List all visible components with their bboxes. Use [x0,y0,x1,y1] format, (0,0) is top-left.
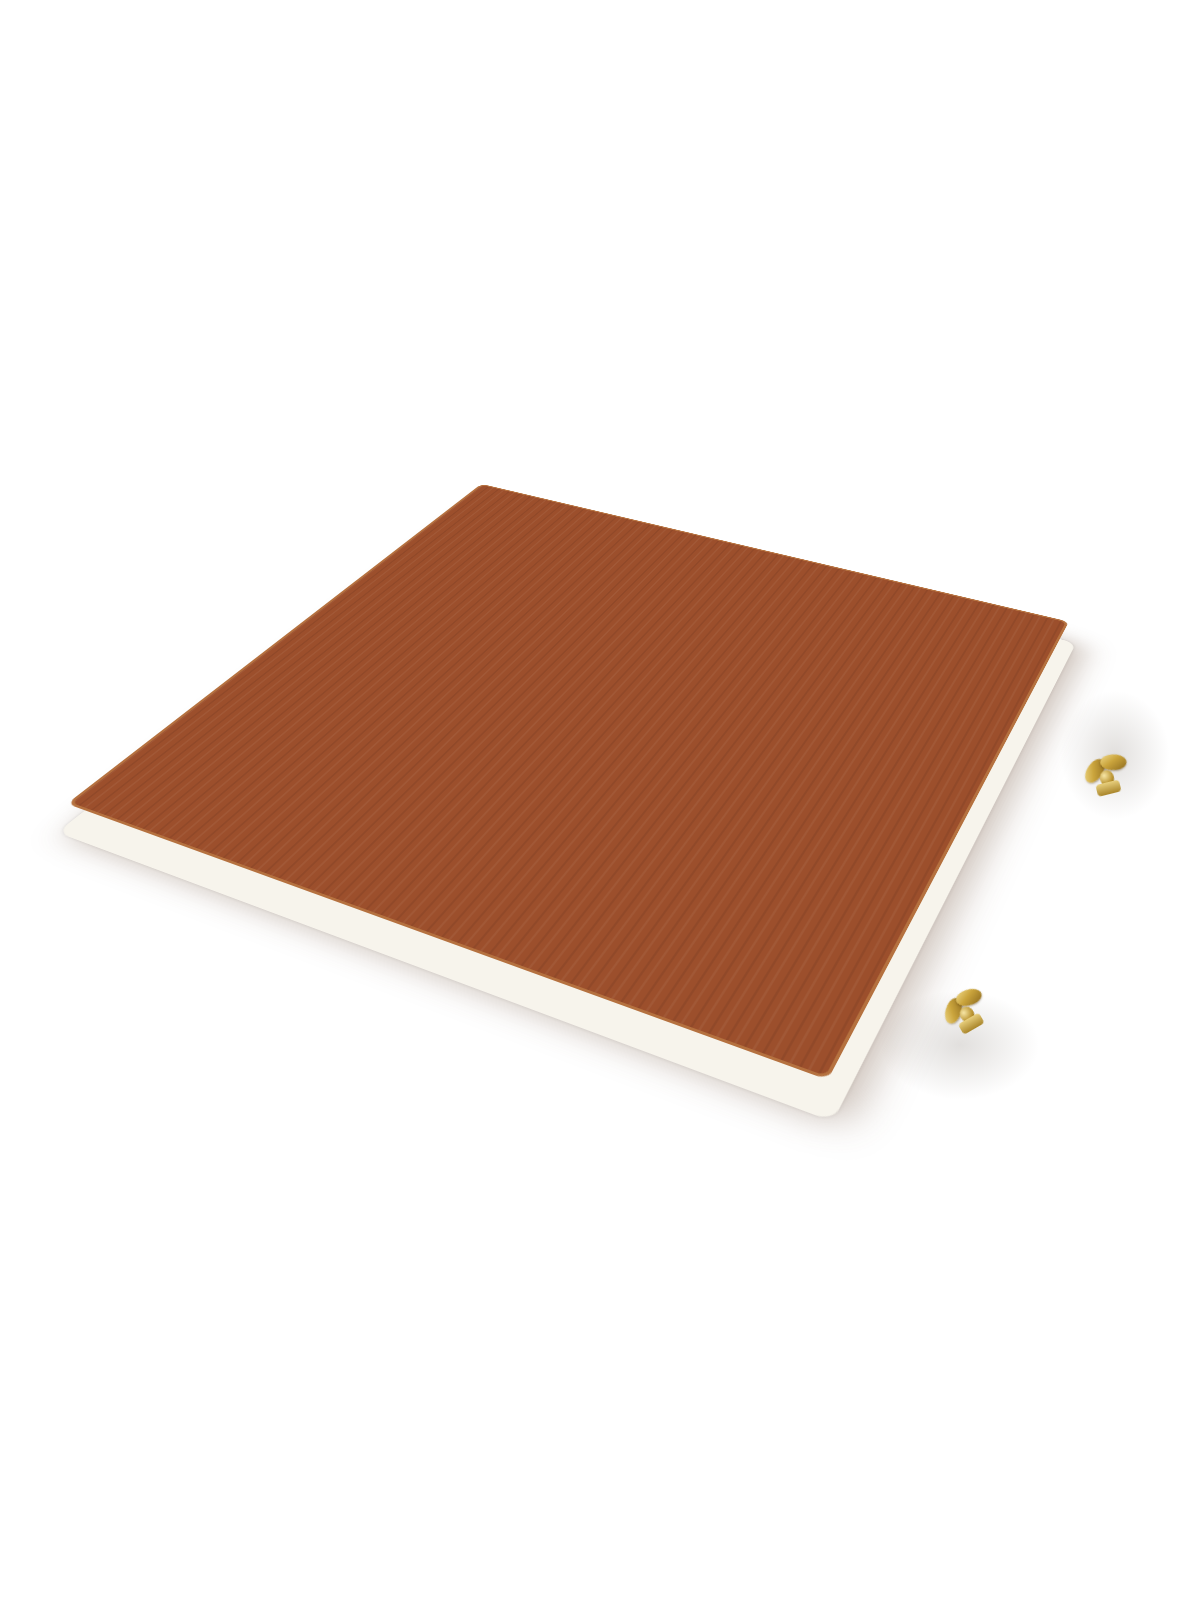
chess-board [67,484,1069,1080]
scene [0,0,1200,1600]
photo-canvas [0,0,1200,1600]
latch-hook [1095,779,1121,796]
